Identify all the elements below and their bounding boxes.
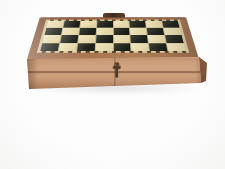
board-square-e6 — [113, 35, 130, 43]
board-square-a7 — [45, 28, 63, 35]
board-square-f6 — [131, 35, 148, 43]
board-square-d8 — [97, 21, 113, 28]
board-square-d5 — [95, 43, 112, 51]
scene — [0, 0, 225, 169]
board-square-g5 — [149, 43, 167, 51]
board-square-c6 — [78, 35, 95, 43]
brass-clasp — [111, 62, 123, 79]
board-square-d6 — [96, 35, 113, 43]
chess-box — [0, 0, 225, 169]
board-square-f8 — [130, 21, 146, 28]
board-square-c7 — [79, 28, 96, 35]
board-square-f7 — [130, 28, 147, 35]
board-square-h8 — [162, 21, 179, 28]
board-square-d7 — [96, 28, 112, 35]
board-square-b7 — [62, 28, 79, 35]
board-square-f5 — [131, 43, 149, 51]
box-lid-top — [27, 17, 199, 59]
clasp-tongue — [115, 68, 118, 77]
board-square-g7 — [147, 28, 164, 35]
board-square-b8 — [63, 21, 80, 28]
board-square-h5 — [167, 43, 186, 51]
board-square-g6 — [148, 35, 166, 43]
inlay-border — [37, 20, 189, 53]
board-square-a8 — [47, 21, 64, 28]
checkerboard — [40, 21, 186, 52]
board-square-c8 — [80, 21, 96, 28]
board-square-e7 — [113, 28, 129, 35]
board-square-a6 — [42, 35, 60, 43]
board-square-h6 — [165, 35, 183, 43]
board-square-g8 — [146, 21, 163, 28]
board-square-c5 — [77, 43, 95, 51]
board-square-e5 — [113, 43, 130, 51]
board-square-e8 — [113, 21, 129, 28]
board-square-b6 — [60, 35, 78, 43]
board-square-a5 — [40, 43, 59, 51]
board-square-h7 — [164, 28, 182, 35]
board-square-b5 — [58, 43, 76, 51]
